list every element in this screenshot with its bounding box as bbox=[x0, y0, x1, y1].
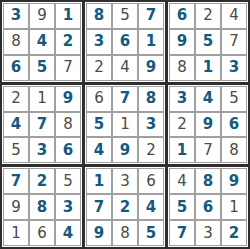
sudoku-cell-r5c3[interactable]: 8 bbox=[55, 112, 81, 138]
sudoku-box-8: 136724985 bbox=[85, 167, 165, 247]
sudoku-cell-r1c9[interactable]: 4 bbox=[221, 3, 247, 29]
sudoku-cell-r9c1[interactable]: 1 bbox=[3, 220, 29, 246]
sudoku-cell-r5c8[interactable]: 9 bbox=[195, 112, 221, 138]
sudoku-cell-r4c7[interactable]: 3 bbox=[169, 86, 195, 112]
sudoku-cell-r7c3[interactable]: 5 bbox=[55, 168, 81, 194]
sudoku-box-5: 678513492 bbox=[85, 85, 165, 165]
sudoku-cell-r8c5[interactable]: 2 bbox=[112, 194, 138, 220]
sudoku-cell-r4c2[interactable]: 1 bbox=[29, 86, 55, 112]
sudoku-cell-r5c9[interactable]: 6 bbox=[221, 112, 247, 138]
sudoku-cell-r3c9[interactable]: 3 bbox=[221, 55, 247, 81]
sudoku-cell-r8c1[interactable]: 9 bbox=[3, 194, 29, 220]
sudoku-cell-r5c6[interactable]: 3 bbox=[138, 112, 164, 138]
sudoku-cell-r9c5[interactable]: 8 bbox=[112, 220, 138, 246]
sudoku-cell-r8c3[interactable]: 3 bbox=[55, 194, 81, 220]
sudoku-cell-r3c3[interactable]: 7 bbox=[55, 55, 81, 81]
sudoku-cell-r8c4[interactable]: 7 bbox=[86, 194, 112, 220]
sudoku-cell-r1c2[interactable]: 9 bbox=[29, 3, 55, 29]
sudoku-cell-r8c9[interactable]: 1 bbox=[221, 194, 247, 220]
sudoku-cell-r2c2[interactable]: 4 bbox=[29, 29, 55, 55]
sudoku-cell-r2c9[interactable]: 7 bbox=[221, 29, 247, 55]
sudoku-cell-r2c5[interactable]: 6 bbox=[112, 29, 138, 55]
sudoku-cell-r1c3[interactable]: 1 bbox=[55, 3, 81, 29]
sudoku-cell-r9c4[interactable]: 9 bbox=[86, 220, 112, 246]
sudoku-cell-r7c7[interactable]: 4 bbox=[169, 168, 195, 194]
sudoku-cell-r9c3[interactable]: 4 bbox=[55, 220, 81, 246]
sudoku-cell-r8c8[interactable]: 6 bbox=[195, 194, 221, 220]
sudoku-cell-r2c8[interactable]: 5 bbox=[195, 29, 221, 55]
sudoku-cell-r1c8[interactable]: 2 bbox=[195, 3, 221, 29]
sudoku-cell-r9c6[interactable]: 5 bbox=[138, 220, 164, 246]
sudoku-cell-r2c1[interactable]: 8 bbox=[3, 29, 29, 55]
sudoku-cell-r2c6[interactable]: 1 bbox=[138, 29, 164, 55]
sudoku-cell-r2c4[interactable]: 3 bbox=[86, 29, 112, 55]
sudoku-cell-r8c2[interactable]: 8 bbox=[29, 194, 55, 220]
sudoku-cell-r3c2[interactable]: 5 bbox=[29, 55, 55, 81]
sudoku-cell-r3c7[interactable]: 8 bbox=[169, 55, 195, 81]
sudoku-cell-r6c3[interactable]: 6 bbox=[55, 137, 81, 163]
sudoku-cell-r5c7[interactable]: 2 bbox=[169, 112, 195, 138]
sudoku-cell-r4c1[interactable]: 2 bbox=[3, 86, 29, 112]
sudoku-cell-r3c6[interactable]: 9 bbox=[138, 55, 164, 81]
sudoku-cell-r3c8[interactable]: 1 bbox=[195, 55, 221, 81]
sudoku-cell-r9c2[interactable]: 6 bbox=[29, 220, 55, 246]
sudoku-cell-r5c5[interactable]: 1 bbox=[112, 112, 138, 138]
sudoku-box-6: 345296178 bbox=[168, 85, 248, 165]
sudoku-cell-r1c5[interactable]: 5 bbox=[112, 3, 138, 29]
sudoku-cell-r7c1[interactable]: 7 bbox=[3, 168, 29, 194]
sudoku-box-2: 857361249 bbox=[85, 2, 165, 82]
sudoku-cell-r7c2[interactable]: 2 bbox=[29, 168, 55, 194]
sudoku-cell-r6c1[interactable]: 5 bbox=[3, 137, 29, 163]
sudoku-cell-r4c9[interactable]: 5 bbox=[221, 86, 247, 112]
sudoku-cell-r9c9[interactable]: 2 bbox=[221, 220, 247, 246]
sudoku-cell-r3c1[interactable]: 6 bbox=[3, 55, 29, 81]
sudoku-cell-r3c5[interactable]: 4 bbox=[112, 55, 138, 81]
sudoku-cell-r5c1[interactable]: 4 bbox=[3, 112, 29, 138]
sudoku-cell-r5c2[interactable]: 7 bbox=[29, 112, 55, 138]
sudoku-cell-r7c9[interactable]: 9 bbox=[221, 168, 247, 194]
sudoku-cell-r2c3[interactable]: 2 bbox=[55, 29, 81, 55]
sudoku-box-7: 725983164 bbox=[2, 167, 82, 247]
sudoku-board: 3918426578573612496249578132194785366785… bbox=[0, 0, 250, 249]
sudoku-cell-r8c7[interactable]: 5 bbox=[169, 194, 195, 220]
sudoku-box-4: 219478536 bbox=[2, 85, 82, 165]
sudoku-cell-r2c7[interactable]: 9 bbox=[169, 29, 195, 55]
sudoku-cell-r7c6[interactable]: 6 bbox=[138, 168, 164, 194]
sudoku-cell-r4c8[interactable]: 4 bbox=[195, 86, 221, 112]
sudoku-cell-r3c4[interactable]: 2 bbox=[86, 55, 112, 81]
sudoku-cell-r4c4[interactable]: 6 bbox=[86, 86, 112, 112]
sudoku-box-1: 391842657 bbox=[2, 2, 82, 82]
sudoku-cell-r1c1[interactable]: 3 bbox=[3, 3, 29, 29]
sudoku-cell-r6c5[interactable]: 9 bbox=[112, 137, 138, 163]
sudoku-cell-r7c4[interactable]: 1 bbox=[86, 168, 112, 194]
sudoku-cell-r6c8[interactable]: 7 bbox=[195, 137, 221, 163]
sudoku-box-3: 624957813 bbox=[168, 2, 248, 82]
sudoku-cell-r6c6[interactable]: 2 bbox=[138, 137, 164, 163]
sudoku-cell-r9c8[interactable]: 3 bbox=[195, 220, 221, 246]
sudoku-cell-r1c4[interactable]: 8 bbox=[86, 3, 112, 29]
sudoku-cell-r5c4[interactable]: 5 bbox=[86, 112, 112, 138]
sudoku-cell-r6c4[interactable]: 4 bbox=[86, 137, 112, 163]
sudoku-cell-r4c5[interactable]: 7 bbox=[112, 86, 138, 112]
sudoku-cell-r6c9[interactable]: 8 bbox=[221, 137, 247, 163]
sudoku-cell-r4c6[interactable]: 8 bbox=[138, 86, 164, 112]
sudoku-box-9: 489561732 bbox=[168, 167, 248, 247]
sudoku-cell-r4c3[interactable]: 9 bbox=[55, 86, 81, 112]
sudoku-cell-r9c7[interactable]: 7 bbox=[169, 220, 195, 246]
sudoku-cell-r7c8[interactable]: 8 bbox=[195, 168, 221, 194]
sudoku-cell-r8c6[interactable]: 4 bbox=[138, 194, 164, 220]
sudoku-cell-r6c7[interactable]: 1 bbox=[169, 137, 195, 163]
sudoku-cell-r1c7[interactable]: 6 bbox=[169, 3, 195, 29]
sudoku-cell-r1c6[interactable]: 7 bbox=[138, 3, 164, 29]
sudoku-cell-r6c2[interactable]: 3 bbox=[29, 137, 55, 163]
sudoku-cell-r7c5[interactable]: 3 bbox=[112, 168, 138, 194]
